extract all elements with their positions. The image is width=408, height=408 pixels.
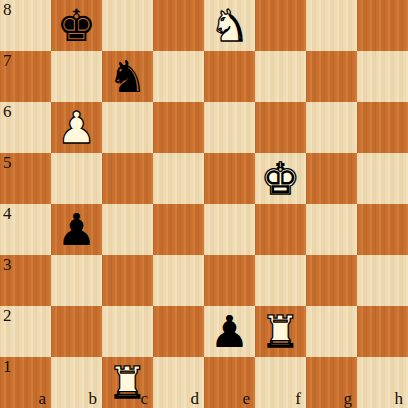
square-b6[interactable]: ♟ — [51, 102, 102, 153]
square-g3[interactable] — [306, 255, 357, 306]
rank-label-7: 7 — [3, 52, 12, 69]
square-d4[interactable] — [153, 204, 204, 255]
file-label-h: h — [395, 390, 404, 407]
square-d6[interactable] — [153, 102, 204, 153]
square-b1[interactable]: b — [51, 357, 102, 408]
square-a6[interactable]: 6 — [0, 102, 51, 153]
piece-white-knight[interactable]: ♞ — [210, 4, 249, 48]
file-label-d: d — [191, 390, 200, 407]
square-f8[interactable] — [255, 0, 306, 51]
piece-black-pawn[interactable]: ♟ — [57, 208, 96, 252]
square-h6[interactable] — [357, 102, 408, 153]
square-b3[interactable] — [51, 255, 102, 306]
square-b2[interactable] — [51, 306, 102, 357]
rank-label-6: 6 — [3, 103, 12, 120]
square-a3[interactable]: 3 — [0, 255, 51, 306]
square-d5[interactable] — [153, 153, 204, 204]
square-f7[interactable] — [255, 51, 306, 102]
square-a2[interactable]: 2 — [0, 306, 51, 357]
rank-label-1: 1 — [3, 358, 12, 375]
chess-board: 8♚♞7♞6♟5♚4♟32♟♜1abc♜defgh — [0, 0, 408, 408]
square-a8[interactable]: 8 — [0, 0, 51, 51]
square-e7[interactable] — [204, 51, 255, 102]
square-h2[interactable] — [357, 306, 408, 357]
square-c2[interactable] — [102, 306, 153, 357]
square-d2[interactable] — [153, 306, 204, 357]
square-a4[interactable]: 4 — [0, 204, 51, 255]
square-g5[interactable] — [306, 153, 357, 204]
square-e8[interactable]: ♞ — [204, 0, 255, 51]
square-b4[interactable]: ♟ — [51, 204, 102, 255]
piece-black-king[interactable]: ♚ — [57, 4, 96, 48]
square-c5[interactable] — [102, 153, 153, 204]
square-e4[interactable] — [204, 204, 255, 255]
square-f1[interactable]: f — [255, 357, 306, 408]
square-g7[interactable] — [306, 51, 357, 102]
file-label-b: b — [89, 390, 98, 407]
file-label-f: f — [295, 390, 301, 407]
square-c4[interactable] — [102, 204, 153, 255]
square-h4[interactable] — [357, 204, 408, 255]
square-b5[interactable] — [51, 153, 102, 204]
square-b7[interactable] — [51, 51, 102, 102]
square-d7[interactable] — [153, 51, 204, 102]
file-label-g: g — [344, 390, 353, 407]
square-f6[interactable] — [255, 102, 306, 153]
square-e6[interactable] — [204, 102, 255, 153]
square-e3[interactable] — [204, 255, 255, 306]
square-g1[interactable]: g — [306, 357, 357, 408]
piece-black-pawn[interactable]: ♟ — [210, 310, 249, 354]
square-g2[interactable] — [306, 306, 357, 357]
square-h8[interactable] — [357, 0, 408, 51]
rank-label-8: 8 — [3, 1, 12, 18]
square-h3[interactable] — [357, 255, 408, 306]
square-c8[interactable] — [102, 0, 153, 51]
square-g6[interactable] — [306, 102, 357, 153]
square-d1[interactable]: d — [153, 357, 204, 408]
file-label-a: a — [38, 390, 46, 407]
square-d8[interactable] — [153, 0, 204, 51]
square-g8[interactable] — [306, 0, 357, 51]
square-f2[interactable]: ♜ — [255, 306, 306, 357]
square-c1[interactable]: c♜ — [102, 357, 153, 408]
square-b8[interactable]: ♚ — [51, 0, 102, 51]
piece-white-rook[interactable]: ♜ — [108, 361, 147, 405]
square-h1[interactable]: h — [357, 357, 408, 408]
piece-black-knight[interactable]: ♞ — [108, 55, 147, 99]
square-e5[interactable] — [204, 153, 255, 204]
square-e1[interactable]: e — [204, 357, 255, 408]
rank-label-5: 5 — [3, 154, 12, 171]
square-a5[interactable]: 5 — [0, 153, 51, 204]
square-g4[interactable] — [306, 204, 357, 255]
file-label-e: e — [242, 390, 250, 407]
piece-white-king[interactable]: ♚ — [261, 157, 300, 201]
square-c3[interactable] — [102, 255, 153, 306]
piece-white-pawn[interactable]: ♟ — [57, 106, 96, 150]
rank-label-3: 3 — [3, 256, 12, 273]
square-c7[interactable]: ♞ — [102, 51, 153, 102]
square-f4[interactable] — [255, 204, 306, 255]
square-e2[interactable]: ♟ — [204, 306, 255, 357]
square-f3[interactable] — [255, 255, 306, 306]
square-a1[interactable]: 1a — [0, 357, 51, 408]
rank-label-4: 4 — [3, 205, 12, 222]
square-h5[interactable] — [357, 153, 408, 204]
square-c6[interactable] — [102, 102, 153, 153]
rank-label-2: 2 — [3, 307, 12, 324]
square-h7[interactable] — [357, 51, 408, 102]
square-d3[interactable] — [153, 255, 204, 306]
piece-white-rook[interactable]: ♜ — [261, 310, 300, 354]
square-f5[interactable]: ♚ — [255, 153, 306, 204]
square-a7[interactable]: 7 — [0, 51, 51, 102]
